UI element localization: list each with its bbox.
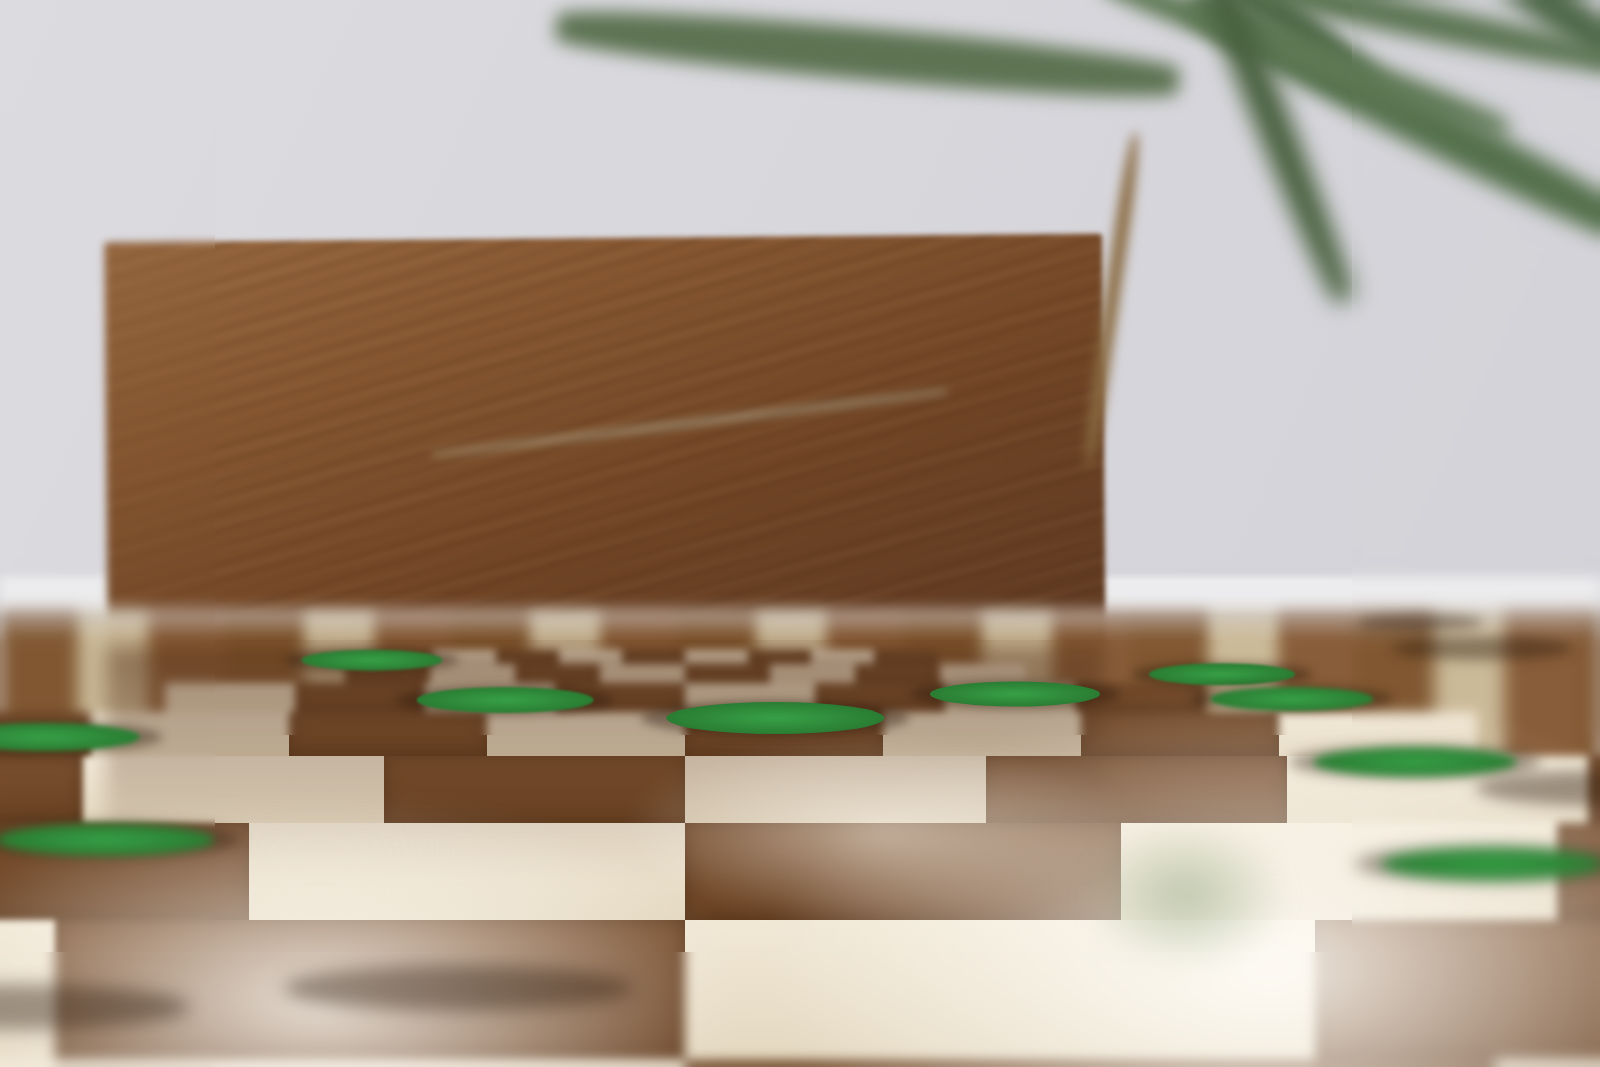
chess-photo-scene: ♜♞♟♟♟♞♞♟♟♝♝♛♛♟♟♟♝♟♟♟♟♟♟♟ (0, 0, 1600, 1067)
